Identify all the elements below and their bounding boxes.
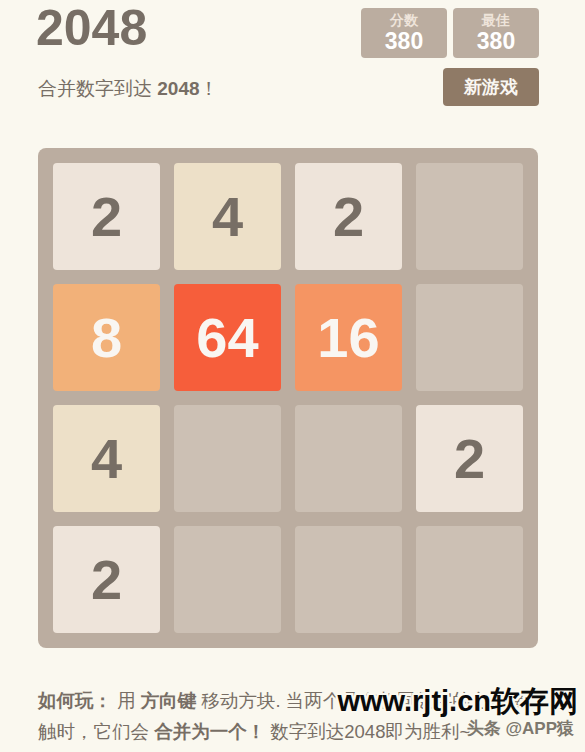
subtitle-text: 合并数字到达: [38, 78, 157, 99]
cell-r2c1: [174, 405, 281, 512]
instructions-merge: 合并为一个！: [154, 721, 265, 742]
subtitle-goal: 2048: [157, 78, 199, 99]
cell-r1c3: [416, 284, 523, 391]
instructions-seg1: 用: [112, 690, 141, 711]
cell-r2c2: [295, 405, 402, 512]
score-box: 分数 380: [361, 8, 447, 58]
game-title: 2048: [36, 2, 147, 54]
subtitle-punct: ！: [200, 78, 219, 99]
best-score-label: 最佳: [482, 12, 510, 28]
best-score-box: 最佳 380: [453, 8, 539, 58]
new-game-button[interactable]: 新游戏: [443, 68, 539, 106]
cell-r2c0: 4: [53, 405, 160, 512]
cell-r3c1: [174, 526, 281, 633]
cell-r0c3: [416, 163, 523, 270]
scores-panel: 分数 380 最佳 380: [361, 8, 539, 58]
cell-r0c0: 2: [53, 163, 160, 270]
instructions-howto: 如何玩：: [38, 690, 112, 711]
board-grid[interactable]: 2 4 2 8 64 16 4 2 2: [38, 148, 538, 648]
cell-r2c3: 2: [416, 405, 523, 512]
cell-r3c2: [295, 526, 402, 633]
game-container: 2048 分数 380 最佳 380 合并数字到达 2048！ 新游戏 2 4 …: [38, 0, 539, 747]
cell-r3c3: [416, 526, 523, 633]
score-label: 分数: [390, 12, 418, 28]
header: 2048 分数 380 最佳 380 合并数字到达 2048！ 新游戏: [38, 0, 539, 148]
instructions: 如何玩： 用 方向键 移动方块. 当两个具有相同数字的方块接触时，它们会 合并为…: [38, 685, 539, 747]
cell-r1c2: 16: [295, 284, 402, 391]
cell-r3c0: 2: [53, 526, 160, 633]
page: 2048 分数 380 最佳 380 合并数字到达 2048！ 新游戏 2 4 …: [0, 0, 585, 752]
cell-r0c1: 4: [174, 163, 281, 270]
best-score-value: 380: [477, 28, 515, 54]
instructions-seg3: 数字到达2048即为胜利~: [265, 721, 470, 742]
subtitle: 合并数字到达 2048！: [38, 76, 219, 102]
score-value: 380: [385, 28, 423, 54]
cell-r1c1: 64: [174, 284, 281, 391]
cell-r0c2: 2: [295, 163, 402, 270]
cell-r1c0: 8: [53, 284, 160, 391]
instructions-keys: 方向键: [141, 690, 197, 711]
